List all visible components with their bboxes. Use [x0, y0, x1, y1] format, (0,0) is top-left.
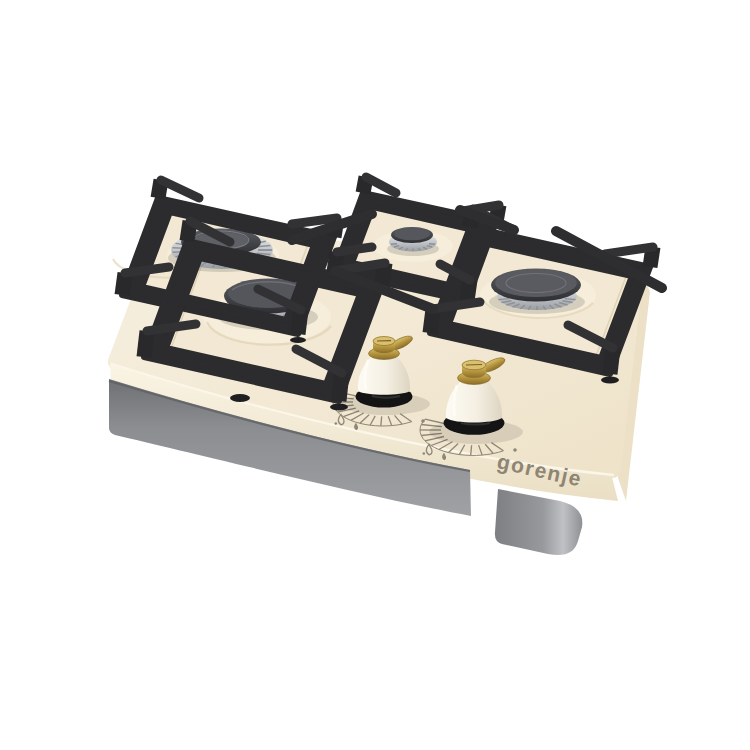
support-foot	[601, 377, 619, 384]
dial1-end-dot	[421, 419, 425, 423]
support-foot	[290, 337, 306, 343]
knob2-cap-slot	[466, 365, 482, 366]
dial2-end-dot	[513, 448, 517, 452]
support-foot	[230, 394, 250, 402]
product-photo-gas-hob: gorenje	[0, 0, 750, 750]
burner-right	[489, 269, 585, 315]
hob-scene: gorenje	[0, 0, 750, 750]
